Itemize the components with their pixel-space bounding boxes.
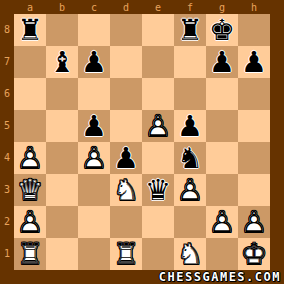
- square-b2[interactable]: [46, 206, 78, 238]
- square-a6[interactable]: [14, 78, 46, 110]
- rank-label-2: 2: [0, 206, 14, 238]
- square-f4[interactable]: ♞: [174, 142, 206, 174]
- square-h4[interactable]: [238, 142, 270, 174]
- square-b6[interactable]: [46, 78, 78, 110]
- white-pawn: ♟♙: [14, 142, 46, 174]
- square-d7[interactable]: [110, 46, 142, 78]
- file-label-h: h: [238, 0, 270, 15]
- rank-label-6: 6: [0, 78, 14, 110]
- black-pawn: ♟: [174, 110, 206, 142]
- file-labels: abcdefgh: [14, 0, 270, 14]
- square-c1[interactable]: [78, 238, 110, 270]
- white-pawn: ♟♙: [238, 206, 270, 238]
- square-e5[interactable]: ♟♙: [142, 110, 174, 142]
- square-d2[interactable]: [110, 206, 142, 238]
- square-b1[interactable]: [46, 238, 78, 270]
- square-c8[interactable]: [78, 14, 110, 46]
- square-a1[interactable]: ♜♖: [14, 238, 46, 270]
- black-rook: ♜: [174, 14, 206, 46]
- square-f7[interactable]: [174, 46, 206, 78]
- square-c5[interactable]: ♟: [78, 110, 110, 142]
- square-h1[interactable]: ♚♔: [238, 238, 270, 270]
- square-d3[interactable]: ♞♘: [110, 174, 142, 206]
- black-knight: ♞: [174, 142, 206, 174]
- black-pawn: ♟: [110, 142, 142, 174]
- file-label-d: d: [110, 0, 142, 15]
- black-queen: ♛: [142, 174, 174, 206]
- square-a2[interactable]: ♟♙: [14, 206, 46, 238]
- black-bishop: ♝: [46, 46, 78, 78]
- square-h7[interactable]: ♟: [238, 46, 270, 78]
- white-rook: ♜♖: [110, 238, 142, 270]
- square-f6[interactable]: [174, 78, 206, 110]
- square-g4[interactable]: [206, 142, 238, 174]
- white-pawn: ♟♙: [142, 110, 174, 142]
- square-c4[interactable]: ♟♙: [78, 142, 110, 174]
- square-f3[interactable]: ♟♙: [174, 174, 206, 206]
- square-a5[interactable]: [14, 110, 46, 142]
- white-pawn: ♟♙: [78, 142, 110, 174]
- square-e6[interactable]: [142, 78, 174, 110]
- chessgames-watermark: CHESSGAMES.COM: [159, 270, 281, 284]
- square-c6[interactable]: [78, 78, 110, 110]
- square-b7[interactable]: ♝: [46, 46, 78, 78]
- square-b3[interactable]: [46, 174, 78, 206]
- white-queen: ♛♕: [14, 174, 46, 206]
- square-d5[interactable]: [110, 110, 142, 142]
- square-h2[interactable]: ♟♙: [238, 206, 270, 238]
- white-knight: ♞♘: [174, 238, 206, 270]
- rank-labels: 87654321: [0, 14, 14, 270]
- white-rook: ♜♖: [14, 238, 46, 270]
- square-g3[interactable]: [206, 174, 238, 206]
- black-pawn: ♟: [78, 110, 110, 142]
- white-pawn: ♟♙: [174, 174, 206, 206]
- rank-label-1: 1: [0, 238, 14, 270]
- white-pawn: ♟♙: [14, 206, 46, 238]
- file-label-c: c: [78, 0, 110, 15]
- square-e8[interactable]: [142, 14, 174, 46]
- square-a4[interactable]: ♟♙: [14, 142, 46, 174]
- square-c7[interactable]: ♟: [78, 46, 110, 78]
- square-d6[interactable]: [110, 78, 142, 110]
- square-g5[interactable]: [206, 110, 238, 142]
- square-g7[interactable]: ♟: [206, 46, 238, 78]
- square-g8[interactable]: ♚: [206, 14, 238, 46]
- white-pawn: ♟♙: [206, 206, 238, 238]
- square-g1[interactable]: [206, 238, 238, 270]
- square-b8[interactable]: [46, 14, 78, 46]
- black-pawn: ♟: [78, 46, 110, 78]
- square-c3[interactable]: [78, 174, 110, 206]
- square-e1[interactable]: [142, 238, 174, 270]
- square-f5[interactable]: ♟: [174, 110, 206, 142]
- square-h3[interactable]: [238, 174, 270, 206]
- rank-label-3: 3: [0, 174, 14, 206]
- square-b5[interactable]: [46, 110, 78, 142]
- square-f2[interactable]: [174, 206, 206, 238]
- square-e2[interactable]: [142, 206, 174, 238]
- rank-label-4: 4: [0, 142, 14, 174]
- square-c2[interactable]: [78, 206, 110, 238]
- black-rook: ♜: [14, 14, 46, 46]
- chess-board: ♜♜♚♝♟♟♟♟♟♙♟♟♙♟♙♟♞♛♕♞♘♛♟♙♟♙♟♙♟♙♜♖♜♖♞♘♚♔: [14, 14, 270, 270]
- square-e4[interactable]: [142, 142, 174, 174]
- square-a7[interactable]: [14, 46, 46, 78]
- rank-label-8: 8: [0, 14, 14, 46]
- square-e7[interactable]: [142, 46, 174, 78]
- square-b4[interactable]: [46, 142, 78, 174]
- board-frame: abcdefgh 87654321 ♜♜♚♝♟♟♟♟♟♙♟♟♙♟♙♟♞♛♕♞♘♛…: [0, 0, 284, 284]
- square-d8[interactable]: [110, 14, 142, 46]
- square-a8[interactable]: ♜: [14, 14, 46, 46]
- square-g2[interactable]: ♟♙: [206, 206, 238, 238]
- rank-label-5: 5: [0, 110, 14, 142]
- square-e3[interactable]: ♛: [142, 174, 174, 206]
- black-pawn: ♟: [206, 46, 238, 78]
- square-g6[interactable]: [206, 78, 238, 110]
- rank-label-7: 7: [0, 46, 14, 78]
- black-pawn: ♟: [238, 46, 270, 78]
- white-king: ♚♔: [238, 238, 270, 270]
- square-d4[interactable]: ♟: [110, 142, 142, 174]
- black-king: ♚: [206, 14, 238, 46]
- file-label-b: b: [46, 0, 78, 15]
- file-label-e: e: [142, 0, 174, 15]
- square-f1[interactable]: ♞♘: [174, 238, 206, 270]
- white-knight: ♞♘: [110, 174, 142, 206]
- square-a3[interactable]: ♛♕: [14, 174, 46, 206]
- square-h6[interactable]: [238, 78, 270, 110]
- square-h5[interactable]: [238, 110, 270, 142]
- square-h8[interactable]: [238, 14, 270, 46]
- square-f8[interactable]: ♜: [174, 14, 206, 46]
- square-d1[interactable]: ♜♖: [110, 238, 142, 270]
